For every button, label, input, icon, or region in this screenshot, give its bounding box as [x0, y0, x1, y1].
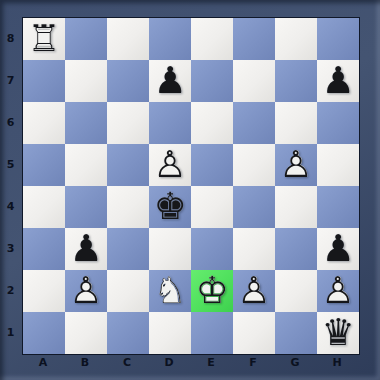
square-e5[interactable]	[191, 144, 233, 186]
white-knight-outline: ♘	[149, 270, 191, 312]
square-h8[interactable]	[317, 18, 359, 60]
square-g1[interactable]	[275, 312, 317, 354]
square-c4[interactable]	[107, 186, 149, 228]
white-pawn-outline: ♙	[233, 270, 275, 312]
piece-black-queen[interactable]: ♛	[317, 312, 359, 354]
square-f1[interactable]	[233, 312, 275, 354]
square-h6[interactable]	[317, 102, 359, 144]
square-e2[interactable]: ♚♔	[191, 270, 233, 312]
square-g2[interactable]	[275, 270, 317, 312]
square-d3[interactable]	[149, 228, 191, 270]
square-e4[interactable]	[191, 186, 233, 228]
white-pawn-outline: ♙	[317, 270, 359, 312]
chess-board-frame: ♜♖♟♟♟♙♟♙♚♟♟♟♙♞♘♚♔♟♙♟♙♛ 87654321 ABCDEFGH	[0, 0, 380, 380]
square-h5[interactable]	[317, 144, 359, 186]
square-d4[interactable]: ♚	[149, 186, 191, 228]
piece-black-pawn[interactable]: ♟	[149, 60, 191, 102]
square-c8[interactable]	[107, 18, 149, 60]
rank-label-2: 2	[0, 269, 21, 311]
square-a6[interactable]	[23, 102, 65, 144]
square-b3[interactable]: ♟	[65, 228, 107, 270]
square-f8[interactable]	[233, 18, 275, 60]
square-d6[interactable]	[149, 102, 191, 144]
square-e7[interactable]	[191, 60, 233, 102]
piece-white-pawn[interactable]: ♟♙	[233, 270, 275, 312]
chess-board: ♜♖♟♟♟♙♟♙♚♟♟♟♙♞♘♚♔♟♙♟♙♛	[22, 17, 360, 355]
square-b7[interactable]	[65, 60, 107, 102]
square-c7[interactable]	[107, 60, 149, 102]
piece-white-pawn[interactable]: ♟♙	[65, 270, 107, 312]
square-d7[interactable]: ♟	[149, 60, 191, 102]
file-label-f: F	[232, 352, 274, 373]
square-f4[interactable]	[233, 186, 275, 228]
black-pawn-glyph: ♟	[317, 60, 359, 102]
square-h7[interactable]: ♟	[317, 60, 359, 102]
piece-white-king[interactable]: ♚♔	[191, 270, 233, 312]
square-g8[interactable]	[275, 18, 317, 60]
black-queen-glyph: ♛	[317, 312, 359, 354]
file-label-h: H	[316, 352, 358, 373]
square-d8[interactable]	[149, 18, 191, 60]
white-king-outline: ♔	[191, 270, 233, 312]
square-f5[interactable]	[233, 144, 275, 186]
square-g3[interactable]	[275, 228, 317, 270]
square-d2[interactable]: ♞♘	[149, 270, 191, 312]
square-a1[interactable]	[23, 312, 65, 354]
square-b5[interactable]	[65, 144, 107, 186]
piece-black-pawn[interactable]: ♟	[317, 60, 359, 102]
file-label-b: B	[64, 352, 106, 373]
square-h3[interactable]: ♟	[317, 228, 359, 270]
square-f7[interactable]	[233, 60, 275, 102]
piece-white-knight[interactable]: ♞♘	[149, 270, 191, 312]
black-pawn-glyph: ♟	[317, 228, 359, 270]
square-a5[interactable]	[23, 144, 65, 186]
square-h4[interactable]	[317, 186, 359, 228]
square-e6[interactable]	[191, 102, 233, 144]
rank-label-5: 5	[0, 143, 21, 185]
black-pawn-glyph: ♟	[149, 60, 191, 102]
square-d1[interactable]	[149, 312, 191, 354]
square-a3[interactable]	[23, 228, 65, 270]
square-a2[interactable]	[23, 270, 65, 312]
piece-black-king[interactable]: ♚	[149, 186, 191, 228]
white-pawn-outline: ♙	[275, 144, 317, 186]
white-rook-outline: ♖	[23, 18, 65, 60]
black-pawn-glyph: ♟	[65, 228, 107, 270]
square-g7[interactable]	[275, 60, 317, 102]
square-b8[interactable]	[65, 18, 107, 60]
square-f3[interactable]	[233, 228, 275, 270]
piece-white-pawn[interactable]: ♟♙	[275, 144, 317, 186]
piece-white-pawn[interactable]: ♟♙	[317, 270, 359, 312]
square-b4[interactable]	[65, 186, 107, 228]
piece-white-pawn[interactable]: ♟♙	[149, 144, 191, 186]
square-c2[interactable]	[107, 270, 149, 312]
square-a4[interactable]	[23, 186, 65, 228]
rank-label-1: 1	[0, 311, 21, 353]
rank-label-3: 3	[0, 227, 21, 269]
rank-label-8: 8	[0, 17, 21, 59]
piece-white-rook[interactable]: ♜♖	[23, 18, 65, 60]
square-h2[interactable]: ♟♙	[317, 270, 359, 312]
square-g5[interactable]: ♟♙	[275, 144, 317, 186]
rank-label-4: 4	[0, 185, 21, 227]
rank-label-7: 7	[0, 59, 21, 101]
square-b2[interactable]: ♟♙	[65, 270, 107, 312]
square-b1[interactable]	[65, 312, 107, 354]
square-c3[interactable]	[107, 228, 149, 270]
file-label-d: D	[148, 352, 190, 373]
square-c5[interactable]	[107, 144, 149, 186]
square-e3[interactable]	[191, 228, 233, 270]
square-e1[interactable]	[191, 312, 233, 354]
file-label-g: G	[274, 352, 316, 373]
square-f2[interactable]: ♟♙	[233, 270, 275, 312]
square-c6[interactable]	[107, 102, 149, 144]
white-pawn-outline: ♙	[65, 270, 107, 312]
square-g6[interactable]	[275, 102, 317, 144]
square-f6[interactable]	[233, 102, 275, 144]
file-label-a: A	[22, 352, 64, 373]
file-label-e: E	[190, 352, 232, 373]
white-pawn-outline: ♙	[149, 144, 191, 186]
square-h1[interactable]: ♛	[317, 312, 359, 354]
square-a8[interactable]: ♜♖	[23, 18, 65, 60]
square-g4[interactable]	[275, 186, 317, 228]
rank-label-6: 6	[0, 101, 21, 143]
square-e8[interactable]	[191, 18, 233, 60]
square-b6[interactable]	[65, 102, 107, 144]
file-label-c: C	[106, 352, 148, 373]
black-king-glyph: ♚	[149, 186, 191, 228]
piece-black-pawn[interactable]: ♟	[65, 228, 107, 270]
square-d5[interactable]: ♟♙	[149, 144, 191, 186]
square-c1[interactable]	[107, 312, 149, 354]
piece-black-pawn[interactable]: ♟	[317, 228, 359, 270]
square-a7[interactable]	[23, 60, 65, 102]
